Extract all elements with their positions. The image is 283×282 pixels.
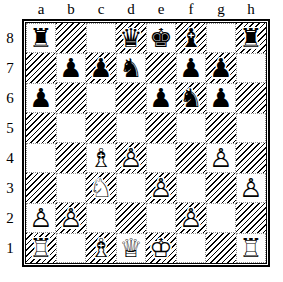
piece-black-pawn[interactable]: ♟ bbox=[209, 55, 232, 81]
piece-white-bishop[interactable]: ♗ bbox=[89, 145, 112, 171]
rank-labels: 8 7 6 5 4 3 2 1 bbox=[0, 23, 20, 263]
piece-black-knight[interactable]: ♞ bbox=[119, 55, 142, 81]
square-e3[interactable]: ♙ bbox=[146, 173, 176, 203]
square-f5[interactable] bbox=[176, 113, 206, 143]
square-g3[interactable] bbox=[206, 173, 236, 203]
square-e4[interactable] bbox=[146, 143, 176, 173]
file-label-g: g bbox=[206, 0, 236, 18]
square-c6[interactable] bbox=[86, 83, 116, 113]
square-f6[interactable]: ♞ bbox=[176, 83, 206, 113]
square-g2[interactable] bbox=[206, 203, 236, 233]
square-g6[interactable]: ♟ bbox=[206, 83, 236, 113]
piece-white-pawn[interactable]: ♙ bbox=[209, 145, 232, 171]
file-label-a: a bbox=[26, 0, 56, 18]
square-e6[interactable]: ♟ bbox=[146, 83, 176, 113]
piece-white-rook[interactable]: ♖ bbox=[29, 235, 52, 261]
piece-black-pawn[interactable]: ♟ bbox=[149, 85, 172, 111]
square-h1[interactable]: ♖ bbox=[236, 233, 266, 263]
rank-label-5: 5 bbox=[0, 113, 20, 143]
square-c7[interactable]: ♟ bbox=[86, 53, 116, 83]
square-e7[interactable] bbox=[146, 53, 176, 83]
square-f3[interactable] bbox=[176, 173, 206, 203]
file-label-d: d bbox=[116, 0, 146, 18]
square-b8[interactable] bbox=[56, 23, 86, 53]
chess-diagram: a b c d e f g h 8 7 6 5 4 3 2 1 ♜♛♚♝♜♟♟♞… bbox=[0, 0, 283, 282]
file-labels: a b c d e f g h bbox=[26, 0, 266, 18]
rank-label-1: 1 bbox=[0, 233, 20, 263]
square-d4[interactable]: ♙ bbox=[116, 143, 146, 173]
piece-white-rook[interactable]: ♖ bbox=[239, 235, 262, 261]
rank-label-4: 4 bbox=[0, 143, 20, 173]
square-a5[interactable] bbox=[26, 113, 56, 143]
square-e1[interactable]: ♔ bbox=[146, 233, 176, 263]
piece-black-bishop[interactable]: ♝ bbox=[179, 25, 202, 51]
square-c2[interactable] bbox=[86, 203, 116, 233]
square-f4[interactable] bbox=[176, 143, 206, 173]
square-d7[interactable]: ♞ bbox=[116, 53, 146, 83]
file-label-f: f bbox=[176, 0, 206, 18]
square-g4[interactable]: ♙ bbox=[206, 143, 236, 173]
square-g8[interactable] bbox=[206, 23, 236, 53]
file-label-e: e bbox=[146, 0, 176, 18]
piece-white-bishop[interactable]: ♗ bbox=[89, 235, 112, 261]
square-h7[interactable] bbox=[236, 53, 266, 83]
piece-black-pawn[interactable]: ♟ bbox=[209, 85, 232, 111]
square-b1[interactable] bbox=[56, 233, 86, 263]
square-e5[interactable] bbox=[146, 113, 176, 143]
square-e2[interactable] bbox=[146, 203, 176, 233]
file-label-c: c bbox=[86, 0, 116, 18]
square-a7[interactable] bbox=[26, 53, 56, 83]
square-b5[interactable] bbox=[56, 113, 86, 143]
square-d1[interactable]: ♕ bbox=[116, 233, 146, 263]
piece-white-pawn[interactable]: ♙ bbox=[179, 205, 202, 231]
square-g1[interactable] bbox=[206, 233, 236, 263]
square-b6[interactable] bbox=[56, 83, 86, 113]
piece-black-pawn[interactable]: ♟ bbox=[29, 85, 52, 111]
square-f1[interactable] bbox=[176, 233, 206, 263]
square-f8[interactable]: ♝ bbox=[176, 23, 206, 53]
square-a6[interactable]: ♟ bbox=[26, 83, 56, 113]
piece-white-pawn[interactable]: ♙ bbox=[119, 145, 142, 171]
square-g7[interactable]: ♟ bbox=[206, 53, 236, 83]
board-border: ♜♛♚♝♜♟♟♞♟♟♟♟♞♟♗♙♙♘♙♙♙♙♙♖♗♕♔♖ bbox=[25, 22, 267, 264]
piece-black-pawn[interactable]: ♟ bbox=[89, 55, 112, 81]
file-label-h: h bbox=[236, 0, 266, 18]
square-b7[interactable]: ♟ bbox=[56, 53, 86, 83]
square-h8[interactable]: ♜ bbox=[236, 23, 266, 53]
rank-label-6: 6 bbox=[0, 83, 20, 113]
rank-label-7: 7 bbox=[0, 53, 20, 83]
square-a8[interactable]: ♜ bbox=[26, 23, 56, 53]
square-c5[interactable] bbox=[86, 113, 116, 143]
square-c1[interactable]: ♗ bbox=[86, 233, 116, 263]
square-d8[interactable]: ♛ bbox=[116, 23, 146, 53]
square-d3[interactable] bbox=[116, 173, 146, 203]
square-a2[interactable]: ♙ bbox=[26, 203, 56, 233]
file-label-b: b bbox=[56, 0, 86, 18]
square-c4[interactable]: ♗ bbox=[86, 143, 116, 173]
piece-white-pawn[interactable]: ♙ bbox=[59, 205, 82, 231]
square-h3[interactable]: ♙ bbox=[236, 173, 266, 203]
board-frame: ♜♛♚♝♜♟♟♞♟♟♟♟♞♟♗♙♙♘♙♙♙♙♙♖♗♕♔♖ bbox=[22, 19, 270, 267]
square-g5[interactable] bbox=[206, 113, 236, 143]
piece-black-rook[interactable]: ♜ bbox=[29, 25, 52, 51]
piece-white-pawn[interactable]: ♙ bbox=[239, 175, 262, 201]
square-h5[interactable] bbox=[236, 113, 266, 143]
piece-black-rook[interactable]: ♜ bbox=[239, 25, 262, 51]
square-d6[interactable] bbox=[116, 83, 146, 113]
piece-black-pawn[interactable]: ♟ bbox=[179, 55, 202, 81]
square-a4[interactable] bbox=[26, 143, 56, 173]
piece-white-pawn[interactable]: ♙ bbox=[29, 205, 52, 231]
piece-black-pawn[interactable]: ♟ bbox=[59, 55, 82, 81]
piece-black-queen[interactable]: ♛ bbox=[119, 25, 142, 51]
piece-black-king[interactable]: ♚ bbox=[149, 25, 172, 51]
piece-white-queen[interactable]: ♕ bbox=[119, 235, 142, 261]
square-c3[interactable]: ♘ bbox=[86, 173, 116, 203]
square-a3[interactable] bbox=[26, 173, 56, 203]
piece-white-pawn[interactable]: ♙ bbox=[149, 175, 172, 201]
rank-label-8: 8 bbox=[0, 23, 20, 53]
square-a1[interactable]: ♖ bbox=[26, 233, 56, 263]
square-b2[interactable]: ♙ bbox=[56, 203, 86, 233]
square-c8[interactable] bbox=[86, 23, 116, 53]
square-h6[interactable] bbox=[236, 83, 266, 113]
piece-white-king[interactable]: ♔ bbox=[149, 235, 172, 261]
piece-white-knight[interactable]: ♘ bbox=[89, 175, 112, 201]
square-h4[interactable] bbox=[236, 143, 266, 173]
square-d5[interactable] bbox=[116, 113, 146, 143]
square-b3[interactable] bbox=[56, 173, 86, 203]
piece-black-knight[interactable]: ♞ bbox=[179, 85, 202, 111]
square-h2[interactable] bbox=[236, 203, 266, 233]
square-f7[interactable]: ♟ bbox=[176, 53, 206, 83]
chess-board: ♜♛♚♝♜♟♟♞♟♟♟♟♞♟♗♙♙♘♙♙♙♙♙♖♗♕♔♖ bbox=[26, 23, 266, 263]
square-f2[interactable]: ♙ bbox=[176, 203, 206, 233]
rank-label-2: 2 bbox=[0, 203, 20, 233]
rank-label-3: 3 bbox=[0, 173, 20, 203]
square-b4[interactable] bbox=[56, 143, 86, 173]
square-d2[interactable] bbox=[116, 203, 146, 233]
square-e8[interactable]: ♚ bbox=[146, 23, 176, 53]
